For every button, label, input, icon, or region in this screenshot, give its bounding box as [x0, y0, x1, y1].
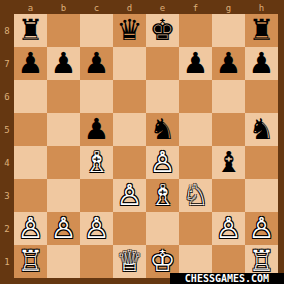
square-c7[interactable]: ♟ [80, 47, 113, 80]
square-b3[interactable] [47, 179, 80, 212]
square-d4[interactable] [113, 146, 146, 179]
black-pawn-a7: ♟ [14, 47, 47, 80]
square-a4[interactable] [14, 146, 47, 179]
white-pawn-b2: ♙ [47, 212, 80, 245]
black-queen-d8: ♛ [113, 14, 146, 47]
white-pawn-e4: ♙ [146, 146, 179, 179]
square-a8[interactable]: ♜ [14, 14, 47, 47]
square-d5[interactable] [113, 113, 146, 146]
square-a6[interactable] [14, 80, 47, 113]
white-pawn-h2: ♙ [245, 212, 278, 245]
chess-board: ♜♛♚♜♟♟♟♟♟♟♟♞♞♗♙♝♙♗♘♙♙♙♙♙♖♕♔♖ [14, 14, 278, 278]
square-f6[interactable] [179, 80, 212, 113]
square-h7[interactable]: ♟ [245, 47, 278, 80]
rank-label-4: 4 [0, 146, 14, 179]
white-bishop-e3: ♗ [146, 179, 179, 212]
square-g3[interactable] [212, 179, 245, 212]
square-f3[interactable]: ♘ [179, 179, 212, 212]
square-h4[interactable] [245, 146, 278, 179]
square-d8[interactable]: ♛ [113, 14, 146, 47]
site-logo-text: CHESSGAMES.COM [185, 273, 269, 284]
black-pawn-g7: ♟ [212, 47, 245, 80]
file-label-g: g [212, 0, 245, 14]
file-label-h: h [245, 0, 278, 14]
square-c8[interactable] [80, 14, 113, 47]
chess-diagram: abcdefgh 87654321 ♜♛♚♜♟♟♟♟♟♟♟♞♞♗♙♝♙♗♘♙♙♙… [0, 0, 284, 284]
square-c5[interactable]: ♟ [80, 113, 113, 146]
rank-label-2: 2 [0, 212, 14, 245]
square-e2[interactable] [146, 212, 179, 245]
black-pawn-b7: ♟ [47, 47, 80, 80]
rank-label-1: 1 [0, 245, 14, 278]
square-d3[interactable]: ♙ [113, 179, 146, 212]
black-pawn-c5: ♟ [80, 113, 113, 146]
white-bishop-c4: ♗ [80, 146, 113, 179]
square-f2[interactable] [179, 212, 212, 245]
white-pawn-d3: ♙ [113, 179, 146, 212]
square-d1[interactable]: ♕ [113, 245, 146, 278]
square-c6[interactable] [80, 80, 113, 113]
rank-label-7: 7 [0, 47, 14, 80]
square-g2[interactable]: ♙ [212, 212, 245, 245]
square-g7[interactable]: ♟ [212, 47, 245, 80]
rank-label-3: 3 [0, 179, 14, 212]
file-label-b: b [47, 0, 80, 14]
square-a7[interactable]: ♟ [14, 47, 47, 80]
square-g5[interactable] [212, 113, 245, 146]
square-f5[interactable] [179, 113, 212, 146]
square-b6[interactable] [47, 80, 80, 113]
file-label-d: d [113, 0, 146, 14]
white-queen-d1: ♕ [113, 245, 146, 278]
square-a1[interactable]: ♖ [14, 245, 47, 278]
black-king-e8: ♚ [146, 14, 179, 47]
black-pawn-c7: ♟ [80, 47, 113, 80]
square-f4[interactable] [179, 146, 212, 179]
square-b8[interactable] [47, 14, 80, 47]
rank-label-6: 6 [0, 80, 14, 113]
square-g6[interactable] [212, 80, 245, 113]
square-b5[interactable] [47, 113, 80, 146]
file-label-c: c [80, 0, 113, 14]
square-f7[interactable]: ♟ [179, 47, 212, 80]
white-pawn-g2: ♙ [212, 212, 245, 245]
square-b2[interactable]: ♙ [47, 212, 80, 245]
square-b1[interactable] [47, 245, 80, 278]
black-knight-e5: ♞ [146, 113, 179, 146]
file-label-e: e [146, 0, 179, 14]
black-pawn-f7: ♟ [179, 47, 212, 80]
square-e4[interactable]: ♙ [146, 146, 179, 179]
square-a5[interactable] [14, 113, 47, 146]
black-knight-h5: ♞ [245, 113, 278, 146]
rank-label-8: 8 [0, 14, 14, 47]
black-rook-h8: ♜ [245, 14, 278, 47]
square-e3[interactable]: ♗ [146, 179, 179, 212]
square-b7[interactable]: ♟ [47, 47, 80, 80]
square-d6[interactable] [113, 80, 146, 113]
white-rook-a1: ♖ [14, 245, 47, 278]
white-knight-f3: ♘ [179, 179, 212, 212]
black-rook-a8: ♜ [14, 14, 47, 47]
square-h5[interactable]: ♞ [245, 113, 278, 146]
rank-labels: 87654321 [0, 14, 14, 278]
square-c1[interactable] [80, 245, 113, 278]
black-bishop-g4: ♝ [212, 146, 245, 179]
white-pawn-c2: ♙ [80, 212, 113, 245]
white-pawn-a2: ♙ [14, 212, 47, 245]
square-f8[interactable] [179, 14, 212, 47]
file-label-f: f [179, 0, 212, 14]
square-c4[interactable]: ♗ [80, 146, 113, 179]
square-d2[interactable] [113, 212, 146, 245]
square-g4[interactable]: ♝ [212, 146, 245, 179]
square-e6[interactable] [146, 80, 179, 113]
square-h2[interactable]: ♙ [245, 212, 278, 245]
square-g8[interactable] [212, 14, 245, 47]
square-c3[interactable] [80, 179, 113, 212]
square-e5[interactable]: ♞ [146, 113, 179, 146]
square-a3[interactable] [14, 179, 47, 212]
file-label-a: a [14, 0, 47, 14]
square-b4[interactable] [47, 146, 80, 179]
square-c2[interactable]: ♙ [80, 212, 113, 245]
black-pawn-h7: ♟ [245, 47, 278, 80]
square-h8[interactable]: ♜ [245, 14, 278, 47]
brand-strip: CHESSGAMES.COM [170, 273, 284, 284]
rank-label-5: 5 [0, 113, 14, 146]
square-e8[interactable]: ♚ [146, 14, 179, 47]
square-a2[interactable]: ♙ [14, 212, 47, 245]
square-e7[interactable] [146, 47, 179, 80]
square-h6[interactable] [245, 80, 278, 113]
file-labels: abcdefgh [14, 0, 278, 14]
square-d7[interactable] [113, 47, 146, 80]
square-h3[interactable] [245, 179, 278, 212]
